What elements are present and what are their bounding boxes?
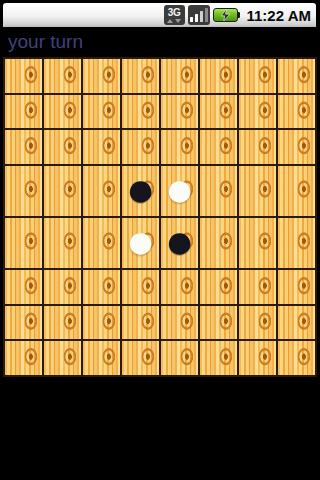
board-cell[interactable] bbox=[278, 59, 315, 93]
board-cell[interactable] bbox=[278, 270, 315, 304]
board-cell[interactable] bbox=[44, 306, 81, 340]
board-cell[interactable] bbox=[44, 130, 81, 164]
board-cell[interactable] bbox=[122, 130, 159, 164]
board-cell[interactable] bbox=[161, 270, 198, 304]
board-cell[interactable] bbox=[83, 306, 120, 340]
board-cell[interactable] bbox=[161, 130, 198, 164]
board-cell[interactable] bbox=[83, 130, 120, 164]
board-cell[interactable] bbox=[83, 341, 120, 375]
black-disc: ● bbox=[164, 216, 194, 266]
board-cell[interactable] bbox=[200, 59, 237, 93]
board-cell[interactable] bbox=[44, 218, 81, 268]
board-cell[interactable] bbox=[278, 341, 315, 375]
board-cell[interactable] bbox=[200, 218, 237, 268]
board-cell[interactable] bbox=[239, 95, 276, 129]
board-cell[interactable] bbox=[239, 166, 276, 216]
board-cell[interactable] bbox=[239, 59, 276, 93]
board-cell[interactable] bbox=[44, 166, 81, 216]
board-cell[interactable] bbox=[83, 95, 120, 129]
signal-strength-icon bbox=[188, 5, 210, 25]
board-cell[interactable]: ● bbox=[122, 166, 159, 216]
board-cell[interactable] bbox=[278, 306, 315, 340]
download-arrow-icon bbox=[175, 19, 181, 23]
board-cell[interactable] bbox=[122, 306, 159, 340]
board-cell[interactable] bbox=[200, 130, 237, 164]
board-cell[interactable] bbox=[5, 166, 42, 216]
board-cell[interactable] bbox=[83, 166, 120, 216]
board-cell[interactable]: ● bbox=[161, 166, 198, 216]
board-cell[interactable] bbox=[239, 306, 276, 340]
phone-screen: 3G 11:22 AM your turn ●●●● bbox=[0, 0, 320, 480]
board-cell[interactable] bbox=[44, 59, 81, 93]
white-disc: ● bbox=[164, 164, 194, 214]
board-cell[interactable] bbox=[161, 95, 198, 129]
board-cell[interactable] bbox=[161, 306, 198, 340]
board-cell[interactable] bbox=[239, 218, 276, 268]
board-cell[interactable] bbox=[200, 166, 237, 216]
board-cell[interactable] bbox=[122, 59, 159, 93]
board-cell[interactable] bbox=[278, 218, 315, 268]
board-cell[interactable] bbox=[200, 341, 237, 375]
board-cell[interactable] bbox=[239, 341, 276, 375]
board-cell[interactable] bbox=[239, 270, 276, 304]
battery-charging-icon bbox=[213, 8, 238, 22]
board-cell[interactable] bbox=[122, 270, 159, 304]
board-cell[interactable] bbox=[200, 95, 237, 129]
board-cell[interactable] bbox=[44, 270, 81, 304]
3g-data-icon: 3G bbox=[164, 5, 185, 25]
status-bar: 3G 11:22 AM bbox=[3, 3, 316, 27]
board-cell[interactable] bbox=[44, 341, 81, 375]
board-cell[interactable] bbox=[83, 218, 120, 268]
board-cell[interactable] bbox=[122, 341, 159, 375]
turn-indicator-label: your turn bbox=[8, 31, 83, 53]
title-bar: your turn bbox=[3, 27, 316, 57]
board-cell[interactable] bbox=[5, 306, 42, 340]
board: ●●●● bbox=[3, 57, 317, 377]
board-cell[interactable] bbox=[5, 218, 42, 268]
data-activity-arrows-icon bbox=[167, 19, 181, 23]
board-cell[interactable] bbox=[239, 130, 276, 164]
upload-arrow-icon bbox=[167, 19, 173, 23]
black-disc: ● bbox=[125, 164, 155, 214]
3g-label: 3G bbox=[168, 8, 180, 18]
board-cell[interactable] bbox=[5, 130, 42, 164]
board-cell[interactable] bbox=[278, 166, 315, 216]
board-cell[interactable] bbox=[278, 130, 315, 164]
board-cell[interactable] bbox=[83, 59, 120, 93]
board-cell[interactable] bbox=[5, 95, 42, 129]
board-cell[interactable] bbox=[5, 341, 42, 375]
board-cell[interactable] bbox=[122, 95, 159, 129]
board-cell[interactable] bbox=[200, 270, 237, 304]
board-cell[interactable] bbox=[161, 341, 198, 375]
lightning-bolt-icon bbox=[221, 9, 230, 21]
status-clock: 11:22 AM bbox=[247, 7, 311, 24]
board-cell[interactable] bbox=[161, 59, 198, 93]
board-cell[interactable] bbox=[5, 270, 42, 304]
board-cell[interactable]: ● bbox=[161, 218, 198, 268]
white-disc: ● bbox=[125, 216, 155, 266]
board-cell[interactable] bbox=[278, 95, 315, 129]
board-cell[interactable]: ● bbox=[122, 218, 159, 268]
board-cell[interactable] bbox=[5, 59, 42, 93]
board-cell[interactable] bbox=[44, 95, 81, 129]
board-cell[interactable] bbox=[200, 306, 237, 340]
board-cell[interactable] bbox=[83, 270, 120, 304]
